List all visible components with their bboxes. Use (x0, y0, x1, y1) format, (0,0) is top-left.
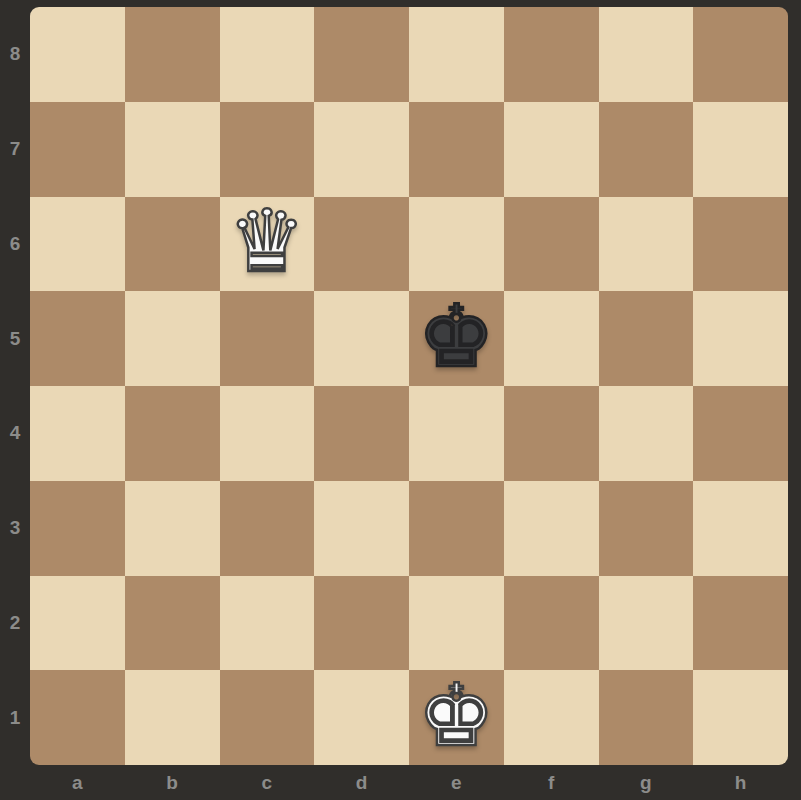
board-square-e2[interactable] (409, 576, 504, 671)
rank-label-6: 6 (0, 197, 30, 292)
board-square-e4[interactable] (409, 386, 504, 481)
board-square-h4[interactable] (693, 386, 788, 481)
rank-label-3: 3 (0, 481, 30, 576)
board-square-c5[interactable] (220, 291, 315, 386)
board-square-f5[interactable] (504, 291, 599, 386)
board-square-h5[interactable] (693, 291, 788, 386)
board-square-b8[interactable] (125, 7, 220, 102)
rank-labels: 87654321 (0, 7, 30, 765)
board-square-g1[interactable] (599, 670, 694, 765)
board-square-f3[interactable] (504, 481, 599, 576)
board-square-e1[interactable]: ♚ (409, 670, 504, 765)
board-square-g7[interactable] (599, 102, 694, 197)
board-square-c8[interactable] (220, 7, 315, 102)
board-square-a5[interactable] (30, 291, 125, 386)
board-square-f1[interactable] (504, 670, 599, 765)
board-square-b5[interactable] (125, 291, 220, 386)
board-square-g2[interactable] (599, 576, 694, 671)
board-square-d1[interactable] (314, 670, 409, 765)
board-square-e8[interactable] (409, 7, 504, 102)
chess-app: 87654321 ♛♚♚ abcdefgh (0, 0, 801, 800)
board-square-a4[interactable] (30, 386, 125, 481)
board-square-b4[interactable] (125, 386, 220, 481)
black-king[interactable]: ♚ (418, 293, 495, 379)
file-label-e: e (409, 766, 504, 800)
board-square-d4[interactable] (314, 386, 409, 481)
board-square-g5[interactable] (599, 291, 694, 386)
board-square-g4[interactable] (599, 386, 694, 481)
board-square-c3[interactable] (220, 481, 315, 576)
board-square-h2[interactable] (693, 576, 788, 671)
board-square-c6[interactable]: ♛ (220, 197, 315, 292)
board-square-b2[interactable] (125, 576, 220, 671)
board-square-f8[interactable] (504, 7, 599, 102)
rank-label-2: 2 (0, 576, 30, 671)
file-label-f: f (504, 766, 599, 800)
board-square-g8[interactable] (599, 7, 694, 102)
rank-label-1: 1 (0, 670, 30, 765)
file-label-a: a (30, 766, 125, 800)
board-square-e3[interactable] (409, 481, 504, 576)
board-square-c2[interactable] (220, 576, 315, 671)
board-square-c7[interactable] (220, 102, 315, 197)
board-square-a1[interactable] (30, 670, 125, 765)
board-square-a8[interactable] (30, 7, 125, 102)
board-square-h7[interactable] (693, 102, 788, 197)
board-square-b1[interactable] (125, 670, 220, 765)
file-label-h: h (693, 766, 788, 800)
board-square-g6[interactable] (599, 197, 694, 292)
rank-label-4: 4 (0, 386, 30, 481)
file-labels: abcdefgh (30, 766, 788, 800)
board-square-f2[interactable] (504, 576, 599, 671)
board-square-e5[interactable]: ♚ (409, 291, 504, 386)
board-square-b7[interactable] (125, 102, 220, 197)
board-square-a3[interactable] (30, 481, 125, 576)
board-square-g3[interactable] (599, 481, 694, 576)
board-square-d3[interactable] (314, 481, 409, 576)
white-queen[interactable]: ♛ (228, 198, 305, 284)
board-square-h1[interactable] (693, 670, 788, 765)
file-label-c: c (220, 766, 315, 800)
board-square-h6[interactable] (693, 197, 788, 292)
board-square-b3[interactable] (125, 481, 220, 576)
board-square-e7[interactable] (409, 102, 504, 197)
board-square-c1[interactable] (220, 670, 315, 765)
board-square-d6[interactable] (314, 197, 409, 292)
white-king[interactable]: ♚ (418, 672, 495, 758)
board-square-d2[interactable] (314, 576, 409, 671)
rank-label-7: 7 (0, 102, 30, 197)
board-square-f6[interactable] (504, 197, 599, 292)
board-square-b6[interactable] (125, 197, 220, 292)
board-square-f4[interactable] (504, 386, 599, 481)
board-square-a6[interactable] (30, 197, 125, 292)
board-square-a7[interactable] (30, 102, 125, 197)
board-square-d7[interactable] (314, 102, 409, 197)
board-square-d5[interactable] (314, 291, 409, 386)
board-square-a2[interactable] (30, 576, 125, 671)
file-label-d: d (314, 766, 409, 800)
rank-label-8: 8 (0, 7, 30, 102)
board-square-e6[interactable] (409, 197, 504, 292)
file-label-b: b (125, 766, 220, 800)
board-square-h3[interactable] (693, 481, 788, 576)
board-square-f7[interactable] (504, 102, 599, 197)
file-label-g: g (599, 766, 694, 800)
rank-label-5: 5 (0, 291, 30, 386)
board-square-c4[interactable] (220, 386, 315, 481)
board-square-d8[interactable] (314, 7, 409, 102)
chess-board: ♛♚♚ (30, 7, 788, 765)
board-square-h8[interactable] (693, 7, 788, 102)
